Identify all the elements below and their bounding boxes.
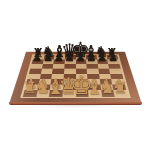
square-a5[interactable] bbox=[29, 68, 42, 73]
piece-black-pawn-h7[interactable]: ♟ bbox=[108, 52, 118, 63]
piece-black-pawn-c7[interactable]: ♟ bbox=[54, 52, 64, 63]
piece-black-pawn-b7[interactable]: ♟ bbox=[43, 52, 53, 63]
piece-black-pawn-d7[interactable]: ♟ bbox=[65, 52, 75, 63]
square-h5[interactable] bbox=[109, 68, 122, 73]
piece-black-pawn-g7[interactable]: ♟ bbox=[97, 52, 107, 63]
square-b5[interactable] bbox=[40, 68, 52, 73]
piece-white-rook-h1[interactable]: ♜ bbox=[113, 81, 127, 97]
piece-black-pawn-e7[interactable]: ♟ bbox=[75, 52, 85, 63]
board-edge bbox=[9, 102, 142, 105]
piece-black-pawn-a7[interactable]: ♟ bbox=[32, 52, 42, 63]
square-g5[interactable] bbox=[98, 68, 110, 73]
product-photo: ♜♞♝♛♚♝♞♜♟♟♟♟♟♟♟♟♟♟♟♟♟♟♟♟♜♞♝♛♚♝♞♜ bbox=[0, 0, 150, 150]
piece-black-pawn-f7[interactable]: ♟ bbox=[86, 52, 96, 63]
